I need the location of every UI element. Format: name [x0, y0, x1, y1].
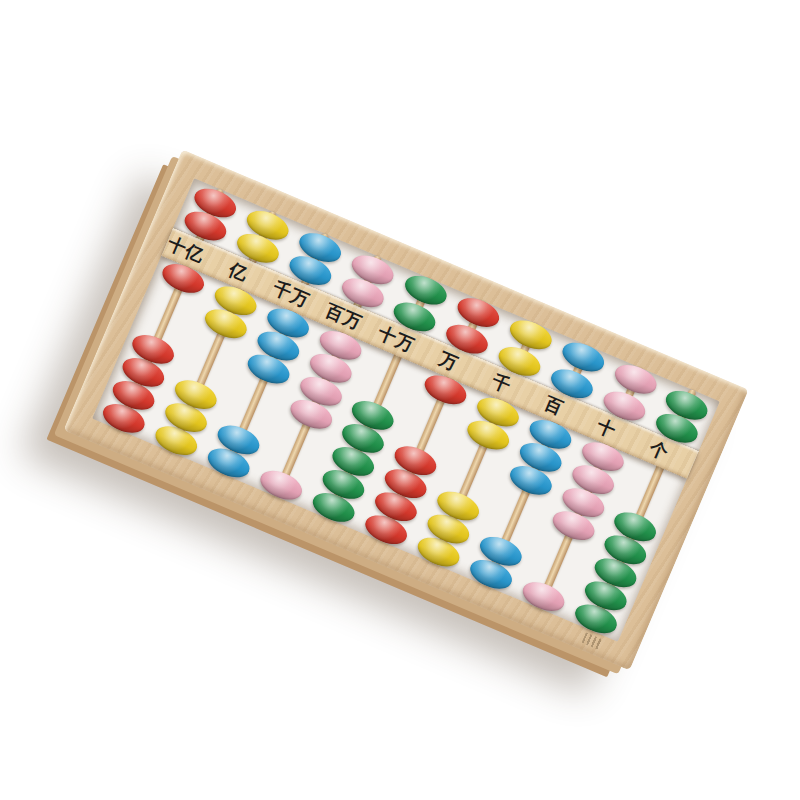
abacus-board: 十亿亿千万百万十万万千百十个 [63, 149, 748, 670]
wood-grain-mark [582, 632, 603, 649]
place-label-7: 千 [489, 372, 514, 396]
product-photo-scene: 十亿亿千万百万十万万千百十个 [0, 0, 800, 800]
place-label-6: 万 [437, 349, 462, 373]
place-label-8: 百 [542, 394, 567, 418]
place-label-2: 亿 [226, 260, 251, 284]
place-label-9: 十 [594, 416, 619, 440]
place-label-10: 个 [647, 439, 672, 463]
